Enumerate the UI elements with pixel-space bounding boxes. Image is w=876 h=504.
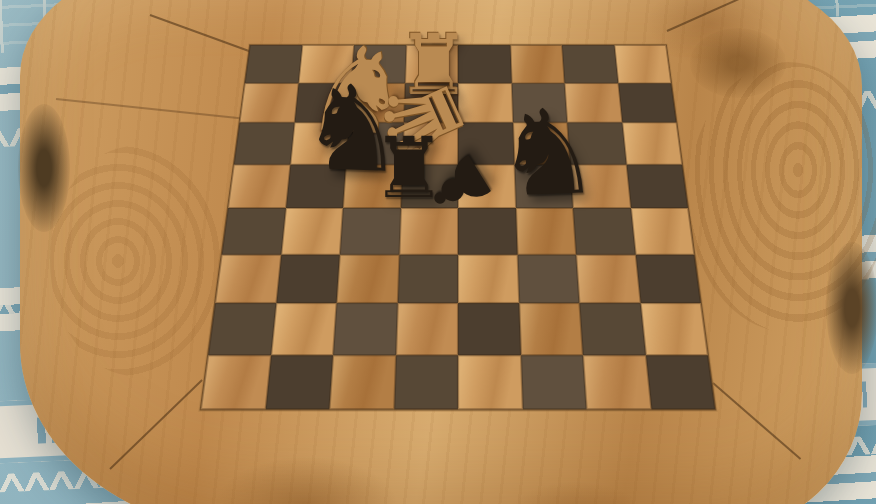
square-h2[interactable]	[640, 303, 708, 355]
square-a8[interactable]	[245, 45, 302, 83]
square-h1[interactable]	[645, 355, 715, 410]
square-a6[interactable]	[234, 123, 294, 165]
square-b3[interactable]	[276, 254, 340, 303]
square-d1[interactable]	[394, 355, 458, 410]
square-g3[interactable]	[576, 254, 640, 303]
bark-notch-left	[18, 104, 70, 232]
square-e3[interactable]	[458, 254, 519, 303]
square-f3[interactable]	[517, 254, 579, 303]
square-h7[interactable]	[618, 83, 677, 123]
square-f1[interactable]	[520, 355, 586, 410]
square-c3[interactable]	[337, 254, 399, 303]
wood-knot-top-right	[690, 28, 786, 98]
square-g8[interactable]	[562, 45, 618, 83]
square-g1[interactable]	[583, 355, 651, 410]
square-b2[interactable]	[271, 303, 337, 355]
square-c2[interactable]	[333, 303, 397, 355]
square-h8[interactable]	[614, 45, 671, 83]
square-a5[interactable]	[228, 164, 290, 208]
square-f2[interactable]	[519, 303, 583, 355]
square-g2[interactable]	[579, 303, 645, 355]
square-a2[interactable]	[208, 303, 276, 355]
square-d2[interactable]	[396, 303, 458, 355]
square-c1[interactable]	[329, 355, 395, 410]
square-d3[interactable]	[397, 254, 458, 303]
black-knight-f5[interactable]: ♞	[493, 104, 602, 202]
square-a1[interactable]	[201, 355, 271, 410]
square-b4[interactable]	[281, 208, 343, 254]
square-a3[interactable]	[215, 254, 281, 303]
square-h5[interactable]	[626, 164, 688, 208]
square-a4[interactable]	[222, 208, 286, 254]
square-f8[interactable]	[510, 45, 565, 83]
square-h3[interactable]	[635, 254, 701, 303]
square-b1[interactable]	[265, 355, 333, 410]
bark-notch-right	[826, 242, 876, 374]
square-e1[interactable]	[458, 355, 522, 410]
square-e2[interactable]	[458, 303, 520, 355]
square-h6[interactable]	[622, 123, 682, 165]
square-h4[interactable]	[631, 208, 695, 254]
square-a7[interactable]	[240, 83, 299, 123]
wood-grain-rings-left	[50, 146, 220, 376]
